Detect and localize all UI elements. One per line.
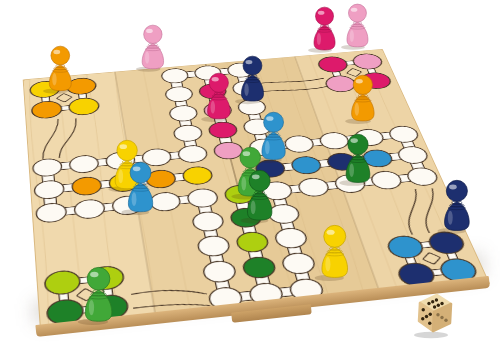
pawn-magenta[interactable]: [198, 72, 238, 123]
board-slide-tab[interactable]: [231, 304, 312, 323]
pawn-yellow[interactable]: [311, 224, 357, 282]
pawn-pink[interactable]: [133, 24, 171, 73]
pawn-orange[interactable]: [342, 74, 382, 125]
pawn-pink[interactable]: [338, 3, 375, 51]
product-photo-stage: [0, 0, 500, 349]
pawn-magenta[interactable]: [305, 6, 343, 54]
pawn-orange[interactable]: [40, 45, 79, 95]
die[interactable]: [410, 290, 458, 340]
pawn-green[interactable]: [74, 266, 121, 326]
pawn-navy[interactable]: [434, 179, 478, 235]
pawn-lightblue[interactable]: [118, 161, 161, 216]
pawn-darkgreen[interactable]: [237, 169, 281, 225]
pawn-darkgreen[interactable]: [336, 133, 378, 187]
